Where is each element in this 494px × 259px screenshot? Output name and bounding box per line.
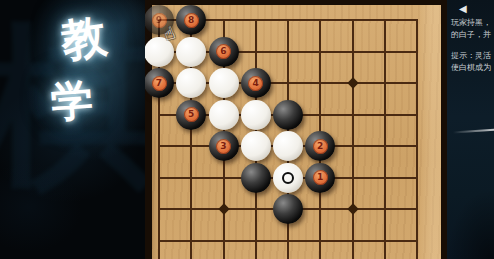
black-stone-c6r6: 1	[305, 163, 335, 193]
corner-shadow-art	[447, 189, 494, 259]
paragraph-gap	[451, 40, 491, 50]
move-number-badge: 3	[216, 139, 231, 154]
grid-line	[384, 19, 386, 259]
mode-title-calligraphy: 教 学	[38, 10, 112, 129]
black-stone-c5r7	[273, 194, 303, 224]
move-number-badge: 7	[152, 76, 167, 91]
black-stone-c4r6	[241, 163, 271, 193]
white-stone-c3r4	[209, 100, 239, 130]
instruction-text: 玩家持黑， 的白子，并 提示：灵活 使白棋成为	[451, 17, 491, 73]
black-stone-c2r4: 5	[176, 100, 206, 130]
move-number-badge: 8	[184, 13, 199, 28]
move-number-badge: 1	[313, 170, 328, 185]
mode-title-char-teach: 教	[43, 4, 125, 74]
light-streak-art	[453, 128, 494, 133]
goban[interactable]: 9☝86745321	[145, 0, 447, 259]
teaching-go-screen: 棋 教 学 9☝86745321 ◀ 玩家持黑， 的白子，并 提示：灵活 使白棋…	[0, 0, 494, 259]
collapse-panel-button[interactable]: ◀	[459, 2, 467, 16]
black-stone-c5r4	[273, 100, 303, 130]
mode-title-char-learn: 学	[33, 71, 111, 132]
white-stone-c3r3	[209, 68, 239, 98]
grid-line	[352, 19, 354, 259]
white-stone-c5r6	[273, 163, 303, 193]
left-art-panel: 棋 教 学	[0, 0, 145, 259]
instruction-line: 玩家持黑，	[451, 17, 491, 29]
hint-line: 使白棋成为	[451, 62, 491, 74]
white-stone-c4r5	[241, 131, 271, 161]
white-stone-c5r5	[273, 131, 303, 161]
black-stone-c3r2: 6	[209, 37, 239, 67]
black-stone-c1r3: 7	[145, 68, 174, 98]
instruction-panel: ◀ 玩家持黑， 的白子，并 提示：灵活 使白棋成为	[447, 0, 494, 259]
instruction-line: 的白子，并	[451, 29, 491, 41]
grid-line	[416, 19, 418, 259]
move-number-badge: 6	[216, 44, 231, 59]
move-number-badge: 5	[184, 107, 199, 122]
black-stone-c4r3: 4	[241, 68, 271, 98]
move-number-badge: 2	[313, 139, 328, 154]
move-number-badge: 4	[248, 76, 263, 91]
grid-line	[158, 240, 418, 242]
black-stone-c3r5: 3	[209, 131, 239, 161]
white-stone-c4r4	[241, 100, 271, 130]
white-stone-c2r2	[176, 37, 206, 67]
hint-line: 提示：灵活	[451, 50, 491, 62]
last-move-marker	[282, 172, 294, 184]
